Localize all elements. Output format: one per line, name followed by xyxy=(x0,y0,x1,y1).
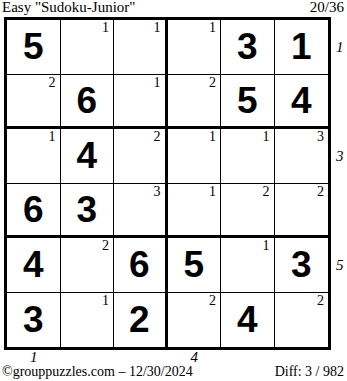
col-labels: 14 xyxy=(4,350,331,365)
pencil-mark: 2 xyxy=(49,76,56,90)
cell-r3c4[interactable]: 1 xyxy=(168,129,222,184)
page-title: Easy "Sudoku-Junior" xyxy=(2,0,136,15)
cell-r2c2[interactable]: 6 xyxy=(61,75,115,130)
cell-r3c6[interactable]: 3 xyxy=(275,129,329,184)
cell-r6c5[interactable]: 4 xyxy=(221,293,275,348)
given-digit: 4 xyxy=(76,137,97,174)
given-digit: 3 xyxy=(23,301,44,338)
given-digit: 4 xyxy=(291,82,312,119)
pencil-mark: 2 xyxy=(102,239,109,253)
pencil-mark: 1 xyxy=(263,130,270,144)
pencil-mark: 1 xyxy=(209,21,216,35)
cell-r1c2[interactable]: 1 xyxy=(61,20,115,75)
cell-r1c3[interactable]: 1 xyxy=(114,20,168,75)
cell-r5c3[interactable]: 6 xyxy=(114,238,168,293)
cell-r1c1[interactable]: 5 xyxy=(7,20,61,75)
pencil-mark: 1 xyxy=(102,294,109,308)
copyright-text: ©grouppuzzles.com – 12/30/2024 xyxy=(2,365,193,379)
pencil-mark: 1 xyxy=(49,130,56,144)
pencil-mark: 1 xyxy=(154,76,161,90)
footer: ©grouppuzzles.com – 12/30/2024 Diff: 3 /… xyxy=(2,365,344,379)
given-digit: 6 xyxy=(76,82,97,119)
row-labels: 135 xyxy=(336,17,347,350)
cell-r6c3[interactable]: 2 xyxy=(114,293,168,348)
given-digit: 6 xyxy=(23,191,44,228)
pencil-mark: 1 xyxy=(209,130,216,144)
cell-r2c4[interactable]: 2 xyxy=(168,75,222,130)
col-label-1: 1 xyxy=(30,350,38,365)
cell-r6c1[interactable]: 3 xyxy=(7,293,61,348)
given-digit: 3 xyxy=(237,28,258,65)
pencil-mark: 2 xyxy=(154,130,161,144)
given-digit: 6 xyxy=(129,246,150,283)
cell-r4c2[interactable]: 3 xyxy=(61,184,115,239)
pencil-mark: 3 xyxy=(154,185,161,199)
cell-r4c3[interactable]: 3 xyxy=(114,184,168,239)
cell-r6c6[interactable]: 2 xyxy=(275,293,329,348)
cell-r6c4[interactable]: 2 xyxy=(168,293,222,348)
cell-r1c6[interactable]: 1 xyxy=(275,20,329,75)
cell-r2c3[interactable]: 1 xyxy=(114,75,168,130)
cell-r3c2[interactable]: 4 xyxy=(61,129,115,184)
pencil-mark: 1 xyxy=(154,21,161,35)
given-digit: 3 xyxy=(291,246,312,283)
cell-r5c4[interactable]: 5 xyxy=(168,238,222,293)
puzzle-page: Easy "Sudoku-Junior" 20/36 5111312612541… xyxy=(0,0,347,381)
cell-r2c1[interactable]: 2 xyxy=(7,75,61,130)
cell-r4c6[interactable]: 2 xyxy=(275,184,329,239)
col-label-4: 4 xyxy=(191,350,199,365)
header: Easy "Sudoku-Junior" 20/36 xyxy=(2,0,344,15)
cell-r5c5[interactable]: 1 xyxy=(221,238,275,293)
row-label-1: 1 xyxy=(336,40,344,55)
cell-r2c5[interactable]: 5 xyxy=(221,75,275,130)
cell-r2c6[interactable]: 4 xyxy=(275,75,329,130)
given-digit: 5 xyxy=(183,246,204,283)
pencil-mark: 2 xyxy=(209,294,216,308)
cell-r3c1[interactable]: 1 xyxy=(7,129,61,184)
given-digit: 5 xyxy=(23,28,44,65)
given-digit: 2 xyxy=(129,301,150,338)
difficulty-text: Diff: 3 / 982 xyxy=(275,365,344,379)
pencil-mark: 1 xyxy=(209,185,216,199)
given-digit: 5 xyxy=(237,82,258,119)
cell-r5c2[interactable]: 2 xyxy=(61,238,115,293)
pencil-mark: 2 xyxy=(317,185,324,199)
cell-r6c2[interactable]: 1 xyxy=(61,293,115,348)
cell-r4c4[interactable]: 1 xyxy=(168,184,222,239)
row-label-3: 3 xyxy=(336,149,344,164)
cell-r4c5[interactable]: 2 xyxy=(221,184,275,239)
given-digit: 3 xyxy=(76,191,97,228)
row-label-5: 5 xyxy=(336,258,344,273)
cell-r5c1[interactable]: 4 xyxy=(7,238,61,293)
given-digit: 4 xyxy=(23,246,44,283)
cell-r5c6[interactable]: 3 xyxy=(275,238,329,293)
pencil-mark: 1 xyxy=(263,239,270,253)
puzzle-counter: 20/36 xyxy=(310,0,344,15)
given-digit: 4 xyxy=(237,301,258,338)
pencil-mark: 1 xyxy=(102,21,109,35)
pencil-mark: 3 xyxy=(317,130,324,144)
pencil-mark: 2 xyxy=(263,185,270,199)
pencil-mark: 2 xyxy=(209,76,216,90)
given-digit: 1 xyxy=(291,28,312,65)
sudoku-board: 511131261254142113633122426513312242 xyxy=(4,17,331,350)
pencil-mark: 2 xyxy=(317,294,324,308)
cell-r4c1[interactable]: 6 xyxy=(7,184,61,239)
cell-r3c5[interactable]: 1 xyxy=(221,129,275,184)
cell-r3c3[interactable]: 2 xyxy=(114,129,168,184)
cell-r1c4[interactable]: 1 xyxy=(168,20,222,75)
cell-r1c5[interactable]: 3 xyxy=(221,20,275,75)
